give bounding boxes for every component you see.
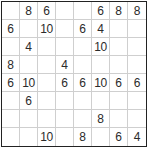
empty-cell[interactable] [128, 92, 146, 110]
clue-cell[interactable]: 4 [56, 56, 74, 74]
clue-cell[interactable]: 8 [92, 110, 110, 128]
empty-cell[interactable] [56, 92, 74, 110]
empty-cell[interactable] [92, 56, 110, 74]
empty-cell[interactable] [56, 38, 74, 56]
clue-cell[interactable]: 6 [92, 2, 110, 20]
clue-cell[interactable]: 10 [38, 20, 56, 38]
clue-cell[interactable]: 10 [38, 128, 56, 146]
empty-cell[interactable] [20, 128, 38, 146]
clue-cell[interactable]: 6 [74, 20, 92, 38]
empty-cell[interactable] [110, 20, 128, 38]
clue-cell[interactable]: 6 [2, 20, 20, 38]
empty-cell[interactable] [74, 110, 92, 128]
empty-cell[interactable] [74, 2, 92, 20]
clue-cell[interactable]: 10 [92, 38, 110, 56]
empty-cell[interactable] [92, 92, 110, 110]
clue-cell[interactable]: 6 [110, 128, 128, 146]
empty-cell[interactable] [110, 110, 128, 128]
empty-cell[interactable] [2, 38, 20, 56]
empty-cell[interactable] [110, 56, 128, 74]
empty-cell[interactable] [20, 20, 38, 38]
clue-cell[interactable]: 10 [20, 74, 38, 92]
clue-cell[interactable]: 4 [128, 128, 146, 146]
clue-cell[interactable]: 8 [2, 56, 20, 74]
empty-cell[interactable] [128, 38, 146, 56]
empty-cell[interactable] [56, 2, 74, 20]
empty-cell[interactable] [110, 38, 128, 56]
empty-cell[interactable] [38, 110, 56, 128]
empty-cell[interactable] [38, 92, 56, 110]
empty-cell[interactable] [56, 20, 74, 38]
empty-cell[interactable] [74, 92, 92, 110]
empty-cell[interactable] [56, 110, 74, 128]
empty-cell[interactable] [92, 128, 110, 146]
empty-cell[interactable] [128, 56, 146, 74]
empty-cell[interactable] [2, 110, 20, 128]
clue-cell[interactable]: 8 [20, 2, 38, 20]
clue-cell[interactable]: 6 [38, 2, 56, 20]
puzzle-grid: 8668861064410846106610666810864 [1, 1, 147, 147]
clue-cell[interactable]: 6 [56, 74, 74, 92]
empty-cell[interactable] [2, 92, 20, 110]
empty-cell[interactable] [128, 110, 146, 128]
empty-cell[interactable] [2, 128, 20, 146]
empty-cell[interactable] [2, 2, 20, 20]
clue-cell[interactable]: 8 [128, 2, 146, 20]
empty-cell[interactable] [74, 38, 92, 56]
clue-cell[interactable]: 6 [74, 74, 92, 92]
clue-cell[interactable]: 6 [2, 74, 20, 92]
clue-cell[interactable]: 8 [110, 2, 128, 20]
clue-cell[interactable]: 6 [20, 92, 38, 110]
clue-cell[interactable]: 4 [20, 38, 38, 56]
empty-cell[interactable] [38, 74, 56, 92]
empty-cell[interactable] [20, 56, 38, 74]
empty-cell[interactable] [38, 38, 56, 56]
empty-cell[interactable] [20, 110, 38, 128]
empty-cell[interactable] [128, 20, 146, 38]
clue-cell[interactable]: 8 [74, 128, 92, 146]
empty-cell[interactable] [38, 56, 56, 74]
clue-cell[interactable]: 10 [92, 74, 110, 92]
empty-cell[interactable] [56, 128, 74, 146]
empty-cell[interactable] [110, 92, 128, 110]
clue-cell[interactable]: 4 [92, 20, 110, 38]
clue-cell[interactable]: 6 [128, 74, 146, 92]
empty-cell[interactable] [74, 56, 92, 74]
clue-cell[interactable]: 6 [110, 74, 128, 92]
